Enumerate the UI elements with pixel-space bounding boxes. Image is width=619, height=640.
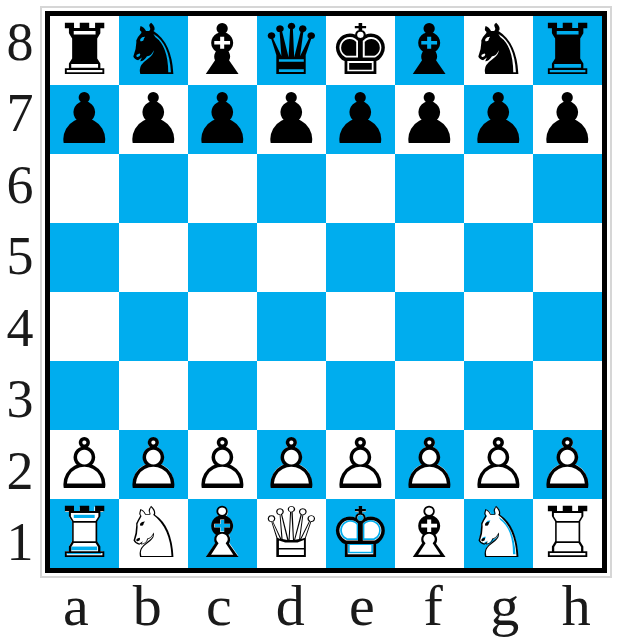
piece-white-bishop[interactable]: ♝♗ [188,499,257,568]
piece-black-king[interactable]: ♚ [326,16,395,85]
square-b1[interactable]: ♞♘ [119,499,188,568]
piece-black-bishop[interactable]: ♝ [395,16,464,85]
square-c3[interactable] [188,361,257,430]
piece-outline-layer: ♙ [326,430,395,499]
piece-black-queen[interactable]: ♛ [257,16,326,85]
piece-black-pawn[interactable]: ♟ [50,85,119,154]
square-a8[interactable]: ♜ [50,16,119,85]
square-c4[interactable] [188,292,257,361]
square-g3[interactable] [464,361,533,430]
square-d7[interactable]: ♟ [257,85,326,154]
file-label-e: e [326,576,398,640]
square-c1[interactable]: ♝♗ [188,499,257,568]
square-c8[interactable]: ♝ [188,16,257,85]
square-g2[interactable]: ♟♙ [464,430,533,499]
file-label-b: b [112,576,184,640]
piece-black-pawn[interactable]: ♟ [533,85,602,154]
piece-outline-layer: ♘ [119,499,188,568]
square-f5[interactable] [395,223,464,292]
rank-label-3: 3 [0,364,40,436]
square-a4[interactable] [50,292,119,361]
square-b4[interactable] [119,292,188,361]
piece-black-rook[interactable]: ♜ [50,16,119,85]
square-a6[interactable] [50,154,119,223]
rank-label-8: 8 [0,6,40,78]
square-f6[interactable] [395,154,464,223]
piece-white-pawn[interactable]: ♟♙ [464,430,533,499]
piece-outline-layer: ♙ [395,430,464,499]
square-d4[interactable] [257,292,326,361]
rank-label-5: 5 [0,221,40,293]
square-c5[interactable] [188,223,257,292]
square-e2[interactable]: ♟♙ [326,430,395,499]
square-g6[interactable] [464,154,533,223]
piece-white-pawn[interactable]: ♟♙ [533,430,602,499]
piece-glyph: ♟ [395,85,464,154]
piece-outline-layer: ♖ [533,499,602,568]
rank-label-6: 6 [0,149,40,221]
square-d3[interactable] [257,361,326,430]
square-f2[interactable]: ♟♙ [395,430,464,499]
square-e3[interactable] [326,361,395,430]
square-h2[interactable]: ♟♙ [533,430,602,499]
chess-diagram: 8 7 6 5 4 3 2 1 ♜♞♝♛♚♝♞♜♟♟♟♟♟♟♟♟♟♙♟♙♟♙♟♙… [0,0,619,640]
square-f1[interactable]: ♝♗ [395,499,464,568]
piece-glyph: ♞ [464,16,533,85]
piece-white-knight[interactable]: ♞♘ [464,499,533,568]
file-label-f: f [398,576,470,640]
piece-glyph: ♝ [395,16,464,85]
square-b8[interactable]: ♞ [119,16,188,85]
square-g7[interactable]: ♟ [464,85,533,154]
file-labels: a b c d e f g h [40,576,612,640]
square-e7[interactable]: ♟ [326,85,395,154]
piece-white-knight[interactable]: ♞♘ [119,499,188,568]
square-a2[interactable]: ♟♙ [50,430,119,499]
piece-glyph: ♛ [257,16,326,85]
piece-white-pawn[interactable]: ♟♙ [395,430,464,499]
piece-black-pawn[interactable]: ♟ [464,85,533,154]
piece-white-rook[interactable]: ♜♖ [533,499,602,568]
piece-black-pawn[interactable]: ♟ [326,85,395,154]
square-e5[interactable] [326,223,395,292]
square-b2[interactable]: ♟♙ [119,430,188,499]
square-b5[interactable] [119,223,188,292]
square-d8[interactable]: ♛ [257,16,326,85]
piece-black-knight[interactable]: ♞ [119,16,188,85]
piece-white-rook[interactable]: ♜♖ [50,499,119,568]
piece-outline-layer: ♕ [257,499,326,568]
piece-white-pawn[interactable]: ♟♙ [257,430,326,499]
board-frame: ♜♞♝♛♚♝♞♜♟♟♟♟♟♟♟♟♟♙♟♙♟♙♟♙♟♙♟♙♟♙♟♙♜♖♞♘♝♗♛♕… [40,6,612,578]
rank-label-1: 1 [0,507,40,579]
square-e6[interactable] [326,154,395,223]
piece-outline-layer: ♘ [464,499,533,568]
square-g4[interactable] [464,292,533,361]
rank-label-7: 7 [0,78,40,150]
square-c7[interactable]: ♟ [188,85,257,154]
piece-white-bishop[interactable]: ♝♗ [395,499,464,568]
piece-glyph: ♟ [119,85,188,154]
piece-outline-layer: ♙ [188,430,257,499]
piece-glyph: ♟ [50,85,119,154]
square-b7[interactable]: ♟ [119,85,188,154]
file-label-c: c [183,576,255,640]
piece-glyph: ♟ [188,85,257,154]
square-e8[interactable]: ♚ [326,16,395,85]
piece-glyph: ♟ [533,85,602,154]
square-d6[interactable] [257,154,326,223]
piece-outline-layer: ♙ [50,430,119,499]
piece-glyph: ♚ [326,16,395,85]
piece-glyph: ♝ [188,16,257,85]
piece-outline-layer: ♔ [326,499,395,568]
piece-black-pawn[interactable]: ♟ [119,85,188,154]
piece-outline-layer: ♙ [257,430,326,499]
piece-white-pawn[interactable]: ♟♙ [50,430,119,499]
square-e4[interactable] [326,292,395,361]
chess-board: ♜♞♝♛♚♝♞♜♟♟♟♟♟♟♟♟♟♙♟♙♟♙♟♙♟♙♟♙♟♙♟♙♜♖♞♘♝♗♛♕… [45,11,607,573]
piece-glyph: ♞ [119,16,188,85]
piece-white-pawn[interactable]: ♟♙ [188,430,257,499]
piece-outline-layer: ♗ [395,499,464,568]
square-h1[interactable]: ♜♖ [533,499,602,568]
square-d5[interactable] [257,223,326,292]
piece-outline-layer: ♗ [188,499,257,568]
square-f8[interactable]: ♝ [395,16,464,85]
file-label-a: a [40,576,112,640]
piece-black-knight[interactable]: ♞ [464,16,533,85]
square-a7[interactable]: ♟ [50,85,119,154]
square-f7[interactable]: ♟ [395,85,464,154]
square-b3[interactable] [119,361,188,430]
file-label-g: g [469,576,541,640]
square-a5[interactable] [50,223,119,292]
piece-glyph: ♟ [257,85,326,154]
square-h7[interactable]: ♟ [533,85,602,154]
piece-white-king[interactable]: ♚♔ [326,499,395,568]
square-c2[interactable]: ♟♙ [188,430,257,499]
piece-white-pawn[interactable]: ♟♙ [326,430,395,499]
piece-black-pawn[interactable]: ♟ [257,85,326,154]
square-h4[interactable] [533,292,602,361]
square-b6[interactable] [119,154,188,223]
square-c6[interactable] [188,154,257,223]
square-h8[interactable]: ♜ [533,16,602,85]
square-a3[interactable] [50,361,119,430]
square-f3[interactable] [395,361,464,430]
square-h3[interactable] [533,361,602,430]
file-label-d: d [255,576,327,640]
square-g1[interactable]: ♞♘ [464,499,533,568]
square-g5[interactable] [464,223,533,292]
piece-black-pawn[interactable]: ♟ [188,85,257,154]
square-e1[interactable]: ♚♔ [326,499,395,568]
square-h6[interactable] [533,154,602,223]
piece-outline-layer: ♖ [50,499,119,568]
rank-label-2: 2 [0,435,40,507]
piece-white-pawn[interactable]: ♟♙ [119,430,188,499]
piece-black-pawn[interactable]: ♟ [395,85,464,154]
piece-glyph: ♟ [326,85,395,154]
square-a1[interactable]: ♜♖ [50,499,119,568]
square-d1[interactable]: ♛♕ [257,499,326,568]
piece-black-bishop[interactable]: ♝ [188,16,257,85]
rank-labels: 8 7 6 5 4 3 2 1 [0,6,40,578]
piece-black-rook[interactable]: ♜ [533,16,602,85]
piece-outline-layer: ♙ [464,430,533,499]
rank-label-4: 4 [0,292,40,364]
piece-glyph: ♜ [50,16,119,85]
piece-white-queen[interactable]: ♛♕ [257,499,326,568]
piece-glyph: ♜ [533,16,602,85]
piece-outline-layer: ♙ [119,430,188,499]
square-d2[interactable]: ♟♙ [257,430,326,499]
square-g8[interactable]: ♞ [464,16,533,85]
file-label-h: h [541,576,613,640]
square-f4[interactable] [395,292,464,361]
piece-outline-layer: ♙ [533,430,602,499]
piece-glyph: ♟ [464,85,533,154]
square-h5[interactable] [533,223,602,292]
